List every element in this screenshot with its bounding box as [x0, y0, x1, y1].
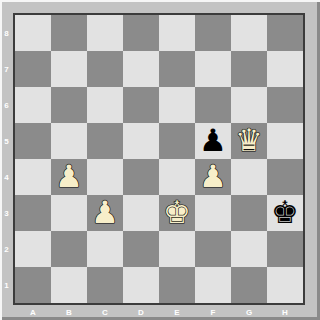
black-king-h3[interactable]: ♚ — [271, 197, 299, 228]
square-h3[interactable]: ♚ — [267, 195, 303, 231]
square-h2[interactable] — [267, 231, 303, 267]
square-h5[interactable] — [267, 123, 303, 159]
file-label-c: C — [87, 305, 123, 319]
file-labels: ABCDEFGH — [15, 305, 303, 319]
file-label-e: E — [159, 305, 195, 319]
black-pawn-f5[interactable]: ♟ — [199, 125, 227, 156]
square-b8[interactable] — [51, 15, 87, 51]
file-label-f: F — [195, 305, 231, 319]
square-d6[interactable] — [123, 87, 159, 123]
file-label-h: H — [267, 305, 303, 319]
chessboard-frame: 87654321 ♟♛♟♟♟♚♚ ABCDEFGH — [0, 0, 320, 320]
square-b4[interactable]: ♟ — [51, 159, 87, 195]
square-h6[interactable] — [267, 87, 303, 123]
square-h4[interactable] — [267, 159, 303, 195]
white-pawn-b4[interactable]: ♟ — [55, 161, 83, 192]
square-e4[interactable] — [159, 159, 195, 195]
square-d8[interactable] — [123, 15, 159, 51]
square-h7[interactable] — [267, 51, 303, 87]
square-e2[interactable] — [159, 231, 195, 267]
file-label-b: B — [51, 305, 87, 319]
square-d3[interactable] — [123, 195, 159, 231]
square-d4[interactable] — [123, 159, 159, 195]
square-a5[interactable] — [15, 123, 51, 159]
square-h8[interactable] — [267, 15, 303, 51]
square-b1[interactable] — [51, 267, 87, 303]
square-h1[interactable] — [267, 267, 303, 303]
square-b3[interactable] — [51, 195, 87, 231]
square-b2[interactable] — [51, 231, 87, 267]
square-e3[interactable]: ♚ — [159, 195, 195, 231]
square-d1[interactable] — [123, 267, 159, 303]
board: ♟♛♟♟♟♚♚ — [13, 13, 305, 305]
square-f6[interactable] — [195, 87, 231, 123]
square-f5[interactable]: ♟ — [195, 123, 231, 159]
square-c8[interactable] — [87, 15, 123, 51]
square-b7[interactable] — [51, 51, 87, 87]
rank-label-7: 7 — [0, 51, 13, 87]
square-e7[interactable] — [159, 51, 195, 87]
rank-label-2: 2 — [0, 231, 13, 267]
rank-label-8: 8 — [0, 15, 13, 51]
square-f2[interactable] — [195, 231, 231, 267]
file-label-a: A — [15, 305, 51, 319]
square-d7[interactable] — [123, 51, 159, 87]
square-a2[interactable] — [15, 231, 51, 267]
rank-label-6: 6 — [0, 87, 13, 123]
rank-label-4: 4 — [0, 159, 13, 195]
file-label-g: G — [231, 305, 267, 319]
square-c6[interactable] — [87, 87, 123, 123]
square-g8[interactable] — [231, 15, 267, 51]
rank-label-5: 5 — [0, 123, 13, 159]
rank-labels: 87654321 — [0, 15, 13, 303]
square-g5[interactable]: ♛ — [231, 123, 267, 159]
square-f1[interactable] — [195, 267, 231, 303]
square-b5[interactable] — [51, 123, 87, 159]
white-pawn-f4[interactable]: ♟ — [199, 161, 227, 192]
square-f3[interactable] — [195, 195, 231, 231]
square-c1[interactable] — [87, 267, 123, 303]
square-c5[interactable] — [87, 123, 123, 159]
square-a8[interactable] — [15, 15, 51, 51]
square-g7[interactable] — [231, 51, 267, 87]
white-king-e3[interactable]: ♚ — [163, 197, 191, 228]
square-d2[interactable] — [123, 231, 159, 267]
square-a7[interactable] — [15, 51, 51, 87]
square-e5[interactable] — [159, 123, 195, 159]
square-f8[interactable] — [195, 15, 231, 51]
square-b6[interactable] — [51, 87, 87, 123]
square-c4[interactable] — [87, 159, 123, 195]
rank-label-1: 1 — [0, 267, 13, 303]
white-queen-g5[interactable]: ♛ — [235, 125, 263, 156]
square-d5[interactable] — [123, 123, 159, 159]
square-c7[interactable] — [87, 51, 123, 87]
square-g3[interactable] — [231, 195, 267, 231]
square-e6[interactable] — [159, 87, 195, 123]
square-f4[interactable]: ♟ — [195, 159, 231, 195]
square-f7[interactable] — [195, 51, 231, 87]
square-a3[interactable] — [15, 195, 51, 231]
file-label-d: D — [123, 305, 159, 319]
square-g4[interactable] — [231, 159, 267, 195]
square-a6[interactable] — [15, 87, 51, 123]
square-a4[interactable] — [15, 159, 51, 195]
square-c3[interactable]: ♟ — [87, 195, 123, 231]
square-e1[interactable] — [159, 267, 195, 303]
square-c2[interactable] — [87, 231, 123, 267]
square-e8[interactable] — [159, 15, 195, 51]
square-g6[interactable] — [231, 87, 267, 123]
rank-label-3: 3 — [0, 195, 13, 231]
square-g2[interactable] — [231, 231, 267, 267]
square-g1[interactable] — [231, 267, 267, 303]
white-pawn-c3[interactable]: ♟ — [91, 197, 119, 228]
square-a1[interactable] — [15, 267, 51, 303]
